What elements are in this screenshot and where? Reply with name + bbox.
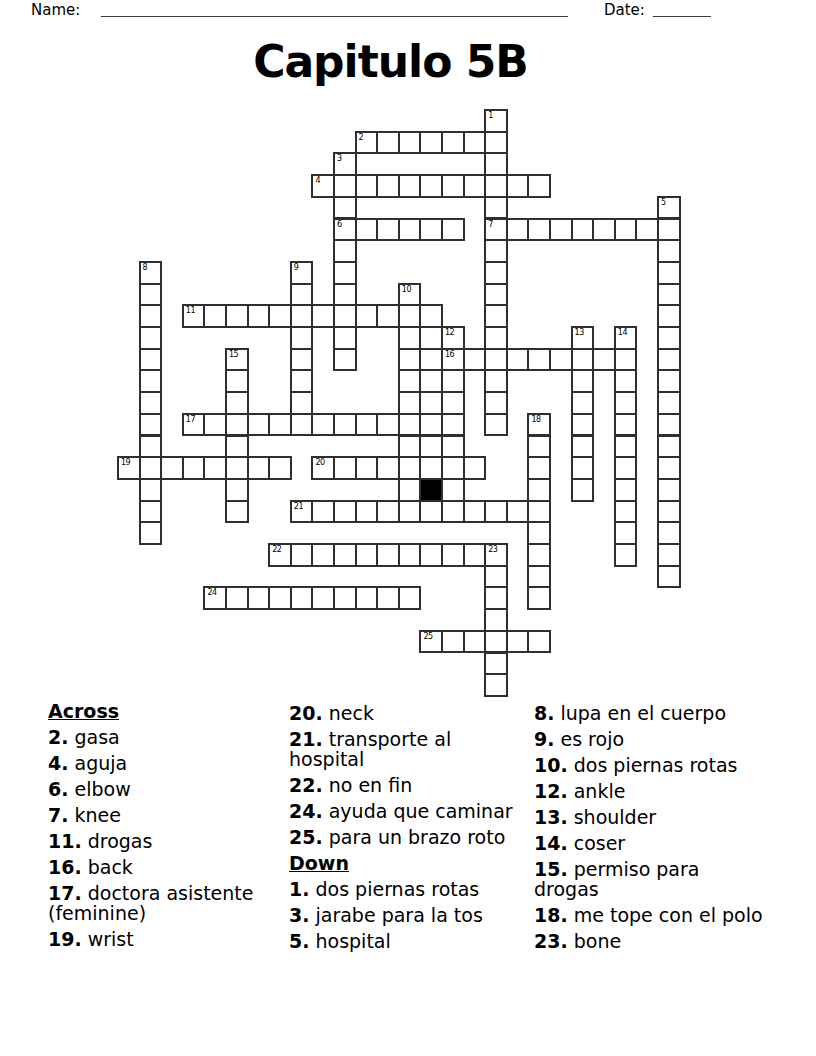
grid-cell[interactable] bbox=[290, 369, 314, 393]
grid-cell[interactable] bbox=[614, 391, 638, 415]
grid-cell[interactable] bbox=[290, 391, 314, 415]
grid-cell[interactable] bbox=[376, 304, 400, 328]
clue-18: 18. me tope con el polo bbox=[534, 905, 769, 925]
grid-cell[interactable] bbox=[355, 218, 379, 242]
grid-cell[interactable]: 6 bbox=[333, 218, 357, 242]
grid-cell[interactable] bbox=[225, 304, 249, 328]
cell-number: 12 bbox=[445, 329, 454, 337]
grid-cell[interactable] bbox=[268, 456, 292, 480]
clue-3: 3. jarabe para la tos bbox=[289, 905, 524, 925]
clue-2: 2. gasa bbox=[48, 727, 283, 747]
clue-number: 13. bbox=[534, 806, 568, 828]
grid-cell[interactable] bbox=[571, 348, 595, 372]
grid-cell[interactable] bbox=[419, 543, 443, 567]
grid-cell[interactable] bbox=[657, 304, 681, 328]
name-blank-line[interactable] bbox=[101, 0, 568, 17]
grid-cell[interactable] bbox=[527, 500, 551, 524]
grid-cell[interactable] bbox=[333, 348, 357, 372]
grid-cell[interactable] bbox=[614, 369, 638, 393]
clue-number: 14. bbox=[534, 832, 568, 854]
grid-cell[interactable] bbox=[441, 369, 465, 393]
grid-cell[interactable] bbox=[139, 413, 163, 437]
grid-cell[interactable] bbox=[398, 500, 422, 524]
grid-cell[interactable] bbox=[527, 521, 551, 545]
page-title: Capitulo 5B bbox=[0, 36, 781, 87]
grid-cell[interactable] bbox=[333, 456, 357, 480]
grid-cell[interactable] bbox=[225, 413, 249, 437]
grid-cell[interactable] bbox=[290, 326, 314, 350]
clue-11: 11. drogas bbox=[48, 831, 283, 851]
grid-cell[interactable] bbox=[592, 348, 616, 372]
clue-number: 22. bbox=[289, 774, 323, 796]
clue-text-line: 25. para un brazo roto bbox=[289, 827, 524, 847]
clue-25: 25. para un brazo roto bbox=[289, 827, 524, 847]
clue-text-line: 15. permiso para bbox=[534, 859, 769, 879]
grid-cell[interactable] bbox=[355, 174, 379, 198]
grid-cell[interactable]: 18 bbox=[527, 413, 551, 437]
grid-cell[interactable] bbox=[657, 326, 681, 350]
grid-cell[interactable]: 25 bbox=[419, 630, 443, 654]
grid-cell[interactable] bbox=[419, 304, 443, 328]
clue-19: 19. wrist bbox=[48, 929, 283, 949]
grid-cell[interactable] bbox=[398, 348, 422, 372]
grid-cell[interactable] bbox=[484, 630, 508, 654]
grid-cell[interactable] bbox=[657, 261, 681, 285]
cell-number: 21 bbox=[294, 503, 303, 511]
grid-cell[interactable] bbox=[484, 174, 508, 198]
grid-cell[interactable] bbox=[527, 218, 551, 242]
grid-cell[interactable] bbox=[398, 456, 422, 480]
grid-cell[interactable] bbox=[463, 456, 487, 480]
grid-cell[interactable] bbox=[571, 435, 595, 459]
grid-cell[interactable]: 12 bbox=[441, 326, 465, 350]
clue-column-right: 8. lupa en el cuerpo9. es rojo10. dos pi… bbox=[534, 703, 769, 957]
grid-cell[interactable] bbox=[225, 369, 249, 393]
grid-cell[interactable] bbox=[527, 478, 551, 502]
grid-cell[interactable] bbox=[484, 608, 508, 632]
grid-cell[interactable] bbox=[333, 586, 357, 610]
grid-cell[interactable] bbox=[398, 174, 422, 198]
grid-cell[interactable] bbox=[484, 239, 508, 263]
cell-number: 14 bbox=[618, 329, 627, 337]
grid-cell[interactable] bbox=[203, 413, 227, 437]
cell-number: 5 bbox=[661, 199, 666, 207]
grid-cell[interactable] bbox=[614, 413, 638, 437]
grid-cell[interactable] bbox=[657, 369, 681, 393]
grid-cell[interactable] bbox=[592, 218, 616, 242]
clue-6: 6. elbow bbox=[48, 779, 283, 799]
grid-cell[interactable] bbox=[311, 413, 335, 437]
grid-cell[interactable] bbox=[376, 586, 400, 610]
cell-number: 15 bbox=[229, 351, 238, 359]
clue-number: 17. bbox=[48, 882, 82, 904]
grid-cell[interactable] bbox=[441, 218, 465, 242]
grid-cell[interactable] bbox=[398, 218, 422, 242]
grid-cell[interactable] bbox=[657, 543, 681, 567]
clue-22: 22. no en fin bbox=[289, 775, 524, 795]
grid-cell[interactable]: 21 bbox=[290, 500, 314, 524]
grid-cell[interactable] bbox=[571, 391, 595, 415]
grid-cell[interactable] bbox=[463, 630, 487, 654]
grid-cell[interactable] bbox=[333, 196, 357, 220]
grid-cell[interactable] bbox=[484, 196, 508, 220]
grid-cell[interactable] bbox=[376, 413, 400, 437]
grid-cell[interactable] bbox=[247, 586, 271, 610]
grid-cell[interactable] bbox=[290, 413, 314, 437]
grid-cell[interactable] bbox=[463, 543, 487, 567]
grid-cell[interactable] bbox=[484, 261, 508, 285]
grid-cell[interactable] bbox=[571, 369, 595, 393]
grid-cell[interactable] bbox=[657, 413, 681, 437]
grid-cell[interactable] bbox=[657, 239, 681, 263]
grid-cell[interactable] bbox=[419, 456, 443, 480]
grid-cell[interactable] bbox=[139, 478, 163, 502]
clue-number: 11. bbox=[48, 830, 82, 852]
grid-cell[interactable] bbox=[333, 500, 357, 524]
cell-number: 18 bbox=[531, 416, 540, 424]
grid-cell[interactable] bbox=[484, 565, 508, 589]
grid-cell[interactable] bbox=[290, 543, 314, 567]
clue-20: 20. neck bbox=[289, 703, 524, 723]
grid-cell[interactable]: 19 bbox=[117, 456, 141, 480]
grid-cell[interactable] bbox=[419, 326, 443, 350]
clue-text-line: 14. coser bbox=[534, 833, 769, 853]
grid-cell[interactable] bbox=[419, 413, 443, 437]
grid-cell[interactable] bbox=[441, 131, 465, 155]
grid-cell[interactable] bbox=[376, 456, 400, 480]
clue-text-line: 7. knee bbox=[48, 805, 283, 825]
grid-cell[interactable]: 2 bbox=[355, 131, 379, 155]
grid-cell[interactable]: 14 bbox=[614, 326, 638, 350]
grid-cell[interactable] bbox=[657, 391, 681, 415]
clue-number: 10. bbox=[534, 754, 568, 776]
grid-cell[interactable] bbox=[225, 391, 249, 415]
date-label: Date: bbox=[604, 1, 645, 19]
grid-cell[interactable] bbox=[657, 500, 681, 524]
grid-cell[interactable] bbox=[657, 521, 681, 545]
grid-cell[interactable] bbox=[614, 435, 638, 459]
clue-15: 15. permiso paradrogas bbox=[534, 859, 769, 899]
grid-cell[interactable] bbox=[441, 500, 465, 524]
date-blank-line[interactable] bbox=[653, 0, 711, 17]
grid-cell[interactable] bbox=[268, 586, 292, 610]
grid-cell[interactable] bbox=[484, 673, 508, 697]
grid-cell[interactable] bbox=[571, 456, 595, 480]
clue-text-line: 12. ankle bbox=[534, 781, 769, 801]
grid-cell[interactable] bbox=[333, 543, 357, 567]
grid-cell[interactable] bbox=[225, 456, 249, 480]
grid-cell[interactable]: 15 bbox=[225, 348, 249, 372]
grid-cell[interactable] bbox=[484, 131, 508, 155]
grid-cell[interactable] bbox=[441, 413, 465, 437]
grid-cell[interactable] bbox=[398, 543, 422, 567]
grid-cell[interactable] bbox=[506, 174, 530, 198]
grid-cell[interactable] bbox=[484, 152, 508, 176]
grid-cell[interactable]: 4 bbox=[311, 174, 335, 198]
grid-cell[interactable] bbox=[333, 239, 357, 263]
grid-cell[interactable]: 3 bbox=[333, 152, 357, 176]
grid-cell[interactable] bbox=[376, 543, 400, 567]
grid-cell[interactable] bbox=[398, 435, 422, 459]
grid-cell[interactable] bbox=[398, 131, 422, 155]
grid-cell[interactable] bbox=[139, 435, 163, 459]
grid-cell[interactable] bbox=[441, 543, 465, 567]
grid-cell[interactable]: 13 bbox=[571, 326, 595, 350]
grid-cell[interactable] bbox=[463, 131, 487, 155]
cell-number: 4 bbox=[315, 177, 320, 185]
clue-text-line: 9. es rojo bbox=[534, 729, 769, 749]
grid-cell[interactable] bbox=[398, 391, 422, 415]
grid-cell[interactable] bbox=[549, 218, 573, 242]
blocked-cell bbox=[419, 478, 443, 502]
clue-5: 5. hospital bbox=[289, 931, 524, 951]
grid-cell[interactable] bbox=[290, 586, 314, 610]
grid-cell[interactable]: 10 bbox=[398, 283, 422, 307]
grid-cell[interactable] bbox=[484, 652, 508, 676]
grid-cell[interactable] bbox=[290, 283, 314, 307]
grid-cell[interactable] bbox=[614, 543, 638, 567]
grid-cell[interactable] bbox=[139, 348, 163, 372]
clue-17: 17. doctora asistente(feminine) bbox=[48, 883, 283, 923]
grid-cell[interactable] bbox=[268, 304, 292, 328]
grid-cell[interactable] bbox=[333, 413, 357, 437]
clue-13: 13. shoulder bbox=[534, 807, 769, 827]
clue-number: 16. bbox=[48, 856, 82, 878]
grid-cell[interactable] bbox=[527, 348, 551, 372]
grid-cell[interactable] bbox=[484, 369, 508, 393]
grid-cell[interactable] bbox=[139, 304, 163, 328]
grid-cell[interactable] bbox=[333, 261, 357, 285]
grid-cell[interactable] bbox=[635, 218, 659, 242]
grid-cell[interactable] bbox=[484, 413, 508, 437]
clue-number: 18. bbox=[534, 904, 568, 926]
grid-cell[interactable] bbox=[484, 283, 508, 307]
grid-cell[interactable] bbox=[419, 391, 443, 415]
grid-cell[interactable] bbox=[139, 283, 163, 307]
grid-cell[interactable] bbox=[484, 500, 508, 524]
grid-cell[interactable] bbox=[463, 174, 487, 198]
grid-cell[interactable] bbox=[614, 218, 638, 242]
grid-cell[interactable]: 17 bbox=[182, 413, 206, 437]
grid-cell[interactable] bbox=[527, 630, 551, 654]
grid-cell[interactable] bbox=[527, 543, 551, 567]
grid-cell[interactable] bbox=[182, 456, 206, 480]
grid-cell[interactable] bbox=[355, 543, 379, 567]
grid-cell[interactable] bbox=[484, 326, 508, 350]
cell-number: 20 bbox=[315, 459, 324, 467]
clue-number: 12. bbox=[534, 780, 568, 802]
grid-cell[interactable] bbox=[441, 630, 465, 654]
grid-cell[interactable]: 20 bbox=[311, 456, 335, 480]
grid-cell[interactable] bbox=[139, 326, 163, 350]
grid-cell[interactable] bbox=[311, 500, 335, 524]
clue-text-line: 5. hospital bbox=[289, 931, 524, 951]
grid-cell[interactable] bbox=[441, 435, 465, 459]
grid-cell[interactable] bbox=[398, 413, 422, 437]
grid-cell[interactable] bbox=[333, 283, 357, 307]
grid-cell[interactable] bbox=[614, 456, 638, 480]
grid-cell[interactable] bbox=[506, 630, 530, 654]
grid-cell[interactable] bbox=[657, 218, 681, 242]
grid-cell[interactable] bbox=[376, 500, 400, 524]
grid-cell[interactable]: 5 bbox=[657, 196, 681, 220]
grid-cell[interactable] bbox=[225, 586, 249, 610]
grid-cell[interactable] bbox=[527, 435, 551, 459]
grid-cell[interactable] bbox=[419, 348, 443, 372]
grid-cell[interactable] bbox=[398, 326, 422, 350]
clue-24: 24. ayuda que caminar bbox=[289, 801, 524, 821]
grid-cell[interactable] bbox=[419, 369, 443, 393]
clue-number: 5. bbox=[289, 930, 309, 952]
grid-cell[interactable] bbox=[549, 348, 573, 372]
grid-cell[interactable] bbox=[657, 565, 681, 589]
grid-cell[interactable] bbox=[333, 304, 357, 328]
grid-cell[interactable] bbox=[527, 174, 551, 198]
cell-number: 13 bbox=[575, 329, 584, 337]
grid-cell[interactable]: 16 bbox=[441, 348, 465, 372]
clue-text-line: hospital bbox=[289, 749, 524, 769]
across-header: Across bbox=[48, 701, 283, 721]
grid-cell[interactable] bbox=[463, 348, 487, 372]
grid-cell[interactable] bbox=[419, 174, 443, 198]
grid-cell[interactable] bbox=[571, 413, 595, 437]
grid-cell[interactable] bbox=[657, 435, 681, 459]
grid-cell[interactable] bbox=[311, 586, 335, 610]
clue-text-line: drogas bbox=[534, 879, 769, 899]
grid-cell[interactable] bbox=[355, 413, 379, 437]
grid-cell[interactable] bbox=[441, 478, 465, 502]
grid-cell[interactable] bbox=[333, 174, 357, 198]
cell-number: 16 bbox=[445, 351, 454, 359]
grid-cell[interactable]: 22 bbox=[268, 543, 292, 567]
clue-text-line: 22. no en fin bbox=[289, 775, 524, 795]
grid-cell[interactable] bbox=[657, 478, 681, 502]
grid-cell[interactable] bbox=[225, 500, 249, 524]
grid-cell[interactable] bbox=[311, 543, 335, 567]
clue-7: 7. knee bbox=[48, 805, 283, 825]
grid-cell[interactable] bbox=[398, 369, 422, 393]
grid-cell[interactable] bbox=[311, 304, 335, 328]
grid-cell[interactable] bbox=[139, 369, 163, 393]
grid-cell[interactable] bbox=[203, 456, 227, 480]
grid-cell[interactable] bbox=[419, 218, 443, 242]
grid-cell[interactable] bbox=[614, 521, 638, 545]
grid-cell[interactable] bbox=[376, 174, 400, 198]
clue-8: 8. lupa en el cuerpo bbox=[534, 703, 769, 723]
grid-cell[interactable]: 11 bbox=[182, 304, 206, 328]
grid-cell[interactable] bbox=[225, 478, 249, 502]
grid-cell[interactable] bbox=[160, 456, 184, 480]
clue-14: 14. coser bbox=[534, 833, 769, 853]
grid-cell[interactable]: 23 bbox=[484, 543, 508, 567]
clue-number: 15. bbox=[534, 858, 568, 880]
cell-number: 8 bbox=[143, 264, 148, 272]
grid-cell[interactable] bbox=[355, 586, 379, 610]
grid-cell[interactable] bbox=[463, 500, 487, 524]
grid-cell[interactable] bbox=[484, 391, 508, 415]
grid-cell[interactable] bbox=[419, 435, 443, 459]
cell-number: 24 bbox=[207, 589, 216, 597]
grid-cell[interactable] bbox=[247, 456, 271, 480]
grid-cell[interactable] bbox=[355, 500, 379, 524]
grid-cell[interactable] bbox=[247, 413, 271, 437]
grid-cell[interactable] bbox=[527, 586, 551, 610]
clue-text-line: 13. shoulder bbox=[534, 807, 769, 827]
clue-number: 24. bbox=[289, 800, 323, 822]
grid-cell[interactable]: 9 bbox=[290, 261, 314, 285]
grid-cell[interactable] bbox=[225, 435, 249, 459]
clue-text-line: 3. jarabe para la tos bbox=[289, 905, 524, 925]
clue-23: 23. bone bbox=[534, 931, 769, 951]
grid-cell[interactable] bbox=[355, 304, 379, 328]
clue-number: 7. bbox=[48, 804, 68, 826]
grid-cell[interactable] bbox=[290, 304, 314, 328]
grid-cell[interactable] bbox=[139, 500, 163, 524]
grid-cell[interactable]: 7 bbox=[484, 218, 508, 242]
grid-cell[interactable] bbox=[506, 500, 530, 524]
grid-cell[interactable] bbox=[333, 326, 357, 350]
grid-cell[interactable] bbox=[139, 456, 163, 480]
cell-number: 25 bbox=[423, 633, 432, 641]
grid-cell[interactable] bbox=[419, 500, 443, 524]
grid-cell[interactable] bbox=[657, 456, 681, 480]
grid-cell[interactable] bbox=[484, 304, 508, 328]
grid-cell[interactable] bbox=[571, 478, 595, 502]
grid-cell[interactable]: 1 bbox=[484, 109, 508, 133]
clue-text-line: 6. elbow bbox=[48, 779, 283, 799]
cell-number: 9 bbox=[294, 264, 299, 272]
grid-cell[interactable] bbox=[268, 413, 292, 437]
clue-21: 21. transporte alhospital bbox=[289, 729, 524, 769]
clue-text-line: 10. dos piernas rotas bbox=[534, 755, 769, 775]
clue-12: 12. ankle bbox=[534, 781, 769, 801]
grid-cell[interactable] bbox=[355, 456, 379, 480]
grid-cell[interactable] bbox=[139, 521, 163, 545]
cell-number: 22 bbox=[272, 546, 281, 554]
grid-cell[interactable] bbox=[614, 348, 638, 372]
grid-cell[interactable]: 24 bbox=[203, 586, 227, 610]
grid-cell[interactable] bbox=[614, 478, 638, 502]
grid-cell[interactable] bbox=[527, 456, 551, 480]
grid-cell[interactable] bbox=[657, 283, 681, 307]
clue-number: 8. bbox=[534, 702, 554, 724]
grid-cell[interactable] bbox=[506, 218, 530, 242]
clue-number: 1. bbox=[289, 878, 309, 900]
grid-cell[interactable] bbox=[571, 218, 595, 242]
grid-cell[interactable] bbox=[398, 586, 422, 610]
grid-cell[interactable] bbox=[247, 304, 271, 328]
grid-cell[interactable] bbox=[203, 304, 227, 328]
grid-cell[interactable] bbox=[290, 348, 314, 372]
grid-cell[interactable] bbox=[398, 478, 422, 502]
grid-cell[interactable] bbox=[441, 456, 465, 480]
grid-cell[interactable] bbox=[398, 304, 422, 328]
grid-cell[interactable] bbox=[527, 565, 551, 589]
grid-cell[interactable] bbox=[376, 131, 400, 155]
grid-cell[interactable] bbox=[441, 391, 465, 415]
grid-cell[interactable] bbox=[376, 218, 400, 242]
grid-cell[interactable] bbox=[657, 348, 681, 372]
grid-cell[interactable] bbox=[506, 348, 530, 372]
clue-10: 10. dos piernas rotas bbox=[534, 755, 769, 775]
grid-cell[interactable] bbox=[484, 586, 508, 610]
grid-cell[interactable] bbox=[419, 131, 443, 155]
grid-cell[interactable] bbox=[139, 391, 163, 415]
grid-cell[interactable] bbox=[484, 348, 508, 372]
grid-cell[interactable] bbox=[614, 500, 638, 524]
grid-cell[interactable]: 8 bbox=[139, 261, 163, 285]
grid-cell[interactable] bbox=[441, 174, 465, 198]
